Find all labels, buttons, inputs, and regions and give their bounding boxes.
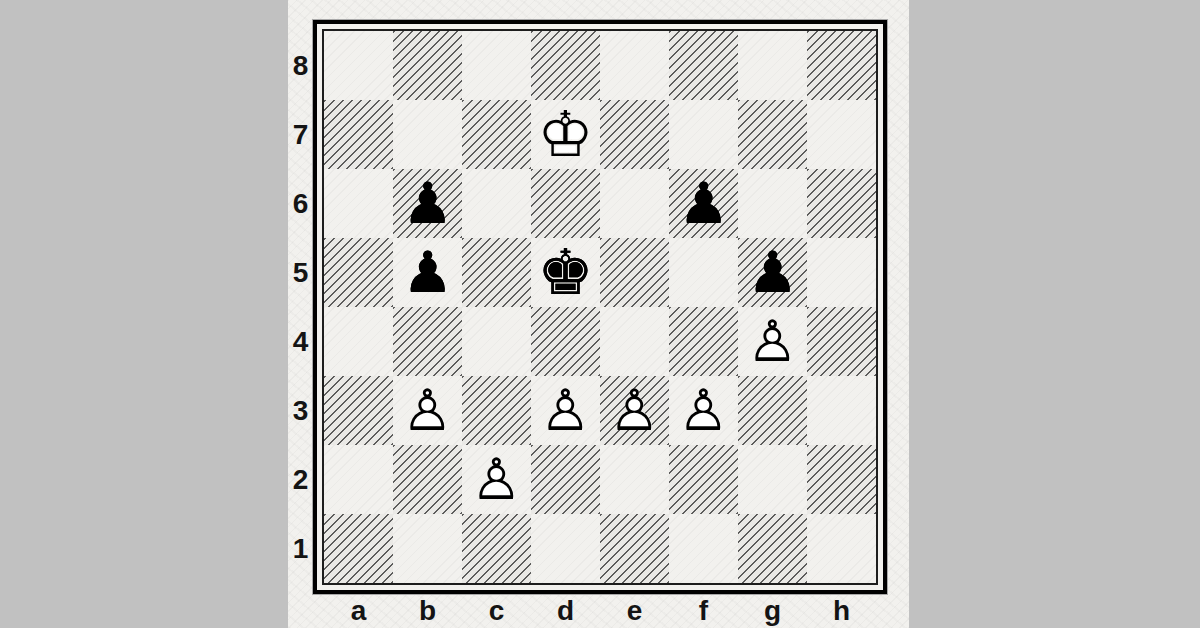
square-h8 xyxy=(807,31,876,100)
rank-label-1: 1 xyxy=(288,514,313,583)
square-c6 xyxy=(462,169,531,238)
square-d6 xyxy=(531,169,600,238)
board-grid: ♚♔♟♟♟♚♟♟♙♟♙♟♙♟♙♟♙♟♙ xyxy=(322,29,878,585)
square-c1 xyxy=(462,514,531,583)
piece-white-pawn: ♟♙ xyxy=(600,376,669,445)
rank-label-5: 5 xyxy=(288,238,313,307)
rank-label-8: 8 xyxy=(288,31,313,100)
file-label-a: a xyxy=(324,595,393,627)
rank-label-3: 3 xyxy=(288,376,313,445)
file-label-c: c xyxy=(462,595,531,627)
piece-white-king: ♚♔ xyxy=(531,100,600,169)
rank-label-7: 7 xyxy=(288,100,313,169)
square-a5 xyxy=(324,238,393,307)
square-c2: ♟♙ xyxy=(462,445,531,514)
black-pawn-icon: ♟ xyxy=(393,169,462,238)
piece-black-pawn: ♟ xyxy=(393,169,462,238)
white-pawn-icon: ♙ xyxy=(462,445,531,514)
file-label-h: h xyxy=(807,595,876,627)
square-f5 xyxy=(669,238,738,307)
file-label-e: e xyxy=(600,595,669,627)
square-g4: ♟♙ xyxy=(738,307,807,376)
piece-black-pawn: ♟ xyxy=(738,238,807,307)
file-label-f: f xyxy=(669,595,738,627)
square-c8 xyxy=(462,31,531,100)
square-g5: ♟ xyxy=(738,238,807,307)
square-h7 xyxy=(807,100,876,169)
page-background: 8 7 6 5 4 3 2 1 ♚♔♟♟♟♚♟♟♙♟♙♟♙♟♙♟♙♟♙ a b … xyxy=(0,0,1200,628)
white-pawn-icon: ♙ xyxy=(531,376,600,445)
piece-white-pawn: ♟♙ xyxy=(531,376,600,445)
square-e2 xyxy=(600,445,669,514)
file-labels: a b c d e f g h xyxy=(324,595,876,627)
square-b4 xyxy=(393,307,462,376)
square-h1 xyxy=(807,514,876,583)
square-b8 xyxy=(393,31,462,100)
square-e6 xyxy=(600,169,669,238)
piece-white-pawn: ♟♙ xyxy=(669,376,738,445)
square-h4 xyxy=(807,307,876,376)
square-e1 xyxy=(600,514,669,583)
square-f1 xyxy=(669,514,738,583)
square-g6 xyxy=(738,169,807,238)
square-f8 xyxy=(669,31,738,100)
square-h6 xyxy=(807,169,876,238)
rank-labels: 8 7 6 5 4 3 2 1 xyxy=(288,31,313,583)
square-a8 xyxy=(324,31,393,100)
piece-white-pawn: ♟♙ xyxy=(462,445,531,514)
square-d1 xyxy=(531,514,600,583)
square-f3: ♟♙ xyxy=(669,376,738,445)
square-f2 xyxy=(669,445,738,514)
square-c3 xyxy=(462,376,531,445)
square-g8 xyxy=(738,31,807,100)
piece-black-pawn: ♟ xyxy=(669,169,738,238)
square-d2 xyxy=(531,445,600,514)
square-b6: ♟ xyxy=(393,169,462,238)
square-d4 xyxy=(531,307,600,376)
square-c5 xyxy=(462,238,531,307)
square-a7 xyxy=(324,100,393,169)
square-g3 xyxy=(738,376,807,445)
white-pawn-icon: ♙ xyxy=(738,307,807,376)
square-a4 xyxy=(324,307,393,376)
file-label-d: d xyxy=(531,595,600,627)
square-c7 xyxy=(462,100,531,169)
rank-label-4: 4 xyxy=(288,307,313,376)
square-h5 xyxy=(807,238,876,307)
white-pawn-icon: ♙ xyxy=(669,376,738,445)
square-e8 xyxy=(600,31,669,100)
rank-label-6: 6 xyxy=(288,169,313,238)
square-b5: ♟ xyxy=(393,238,462,307)
square-d7: ♚♔ xyxy=(531,100,600,169)
file-label-g: g xyxy=(738,595,807,627)
square-b1 xyxy=(393,514,462,583)
square-b3: ♟♙ xyxy=(393,376,462,445)
rank-label-2: 2 xyxy=(288,445,313,514)
square-e3: ♟♙ xyxy=(600,376,669,445)
black-pawn-icon: ♟ xyxy=(738,238,807,307)
square-a1 xyxy=(324,514,393,583)
piece-white-pawn: ♟♙ xyxy=(738,307,807,376)
black-king-icon: ♚ xyxy=(531,238,600,307)
square-d8 xyxy=(531,31,600,100)
square-e4 xyxy=(600,307,669,376)
square-f7 xyxy=(669,100,738,169)
square-d3: ♟♙ xyxy=(531,376,600,445)
square-f4 xyxy=(669,307,738,376)
square-b2 xyxy=(393,445,462,514)
white-pawn-icon: ♙ xyxy=(393,376,462,445)
white-pawn-icon: ♙ xyxy=(600,376,669,445)
piece-white-pawn: ♟♙ xyxy=(393,376,462,445)
square-g2 xyxy=(738,445,807,514)
chess-diagram: 8 7 6 5 4 3 2 1 ♚♔♟♟♟♚♟♟♙♟♙♟♙♟♙♟♙♟♙ a b … xyxy=(288,0,909,628)
square-f6: ♟ xyxy=(669,169,738,238)
file-label-b: b xyxy=(393,595,462,627)
black-pawn-icon: ♟ xyxy=(393,238,462,307)
white-king-icon: ♔ xyxy=(531,100,600,169)
piece-black-king: ♚ xyxy=(531,238,600,307)
square-g7 xyxy=(738,100,807,169)
square-b7 xyxy=(393,100,462,169)
square-h2 xyxy=(807,445,876,514)
square-c4 xyxy=(462,307,531,376)
square-h3 xyxy=(807,376,876,445)
chess-board-frame: ♚♔♟♟♟♚♟♟♙♟♙♟♙♟♙♟♙♟♙ xyxy=(313,20,887,594)
square-a2 xyxy=(324,445,393,514)
square-e5 xyxy=(600,238,669,307)
square-a3 xyxy=(324,376,393,445)
square-d5: ♚ xyxy=(531,238,600,307)
square-a6 xyxy=(324,169,393,238)
square-g1 xyxy=(738,514,807,583)
black-pawn-icon: ♟ xyxy=(669,169,738,238)
piece-black-pawn: ♟ xyxy=(393,238,462,307)
square-e7 xyxy=(600,100,669,169)
